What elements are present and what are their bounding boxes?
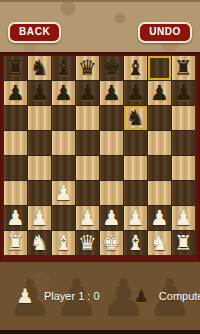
square-e1[interactable]: ♚ [100,231,123,255]
square-d7[interactable]: ♟ [76,81,99,105]
square-d4[interactable] [76,156,99,180]
square-f4[interactable] [124,156,147,180]
square-c1[interactable]: ♝ [52,231,75,255]
white-bishop: ♝ [52,231,75,255]
square-f5[interactable] [124,131,147,155]
square-e4[interactable] [100,156,123,180]
square-g5[interactable] [148,131,171,155]
white-queen: ♛ [76,231,99,255]
black-pawn: ♟ [76,81,99,105]
square-a4[interactable] [4,156,27,180]
white-pawn: ♟ [124,206,147,230]
white-pawn-icon: ♟ [16,286,34,306]
white-rook: ♜ [172,231,195,255]
square-h6[interactable] [172,106,195,130]
square-a7[interactable]: ♟ [4,81,27,105]
square-c3[interactable]: ♟ [52,181,75,205]
chess-board: ♜♞♝♛♚♝♜♟♟♟♟♟♟♟♟♞♟♟♟♟♟♟♟♟♜♞♝♛♚♝♞♜ [4,56,195,255]
square-b5[interactable] [28,131,51,155]
square-a8[interactable]: ♜ [4,56,27,80]
square-e3[interactable] [100,181,123,205]
square-d3[interactable] [76,181,99,205]
square-f7[interactable]: ♟ [124,81,147,105]
white-pawn: ♟ [76,206,99,230]
black-bishop: ♝ [52,56,75,80]
black-rook: ♜ [172,56,195,80]
computer-score-label: Computer : 0 [159,290,200,302]
bottom-edge-strip [0,330,200,334]
square-h7[interactable]: ♟ [172,81,195,105]
square-a3[interactable] [4,181,27,205]
white-rook: ♜ [4,231,27,255]
square-g6[interactable] [148,106,171,130]
square-e5[interactable] [100,131,123,155]
square-a5[interactable] [4,131,27,155]
square-c4[interactable] [52,156,75,180]
white-pawn: ♟ [4,206,27,230]
square-h1[interactable]: ♜ [172,231,195,255]
square-b7[interactable]: ♟ [28,81,51,105]
player-score-label: Player 1 : 0 [44,290,100,302]
black-queen: ♛ [76,56,99,80]
square-h5[interactable] [172,131,195,155]
square-g1[interactable]: ♞ [148,231,171,255]
square-d6[interactable] [76,106,99,130]
undo-button[interactable]: UNDO [138,22,192,43]
square-f6[interactable]: ♞ [124,106,147,130]
black-bishop: ♝ [124,56,147,80]
black-king: ♚ [100,56,123,80]
square-h4[interactable] [172,156,195,180]
square-b2[interactable]: ♟ [28,206,51,230]
black-pawn: ♟ [28,81,51,105]
black-knight: ♞ [28,56,51,80]
board-frame: ♜♞♝♛♚♝♜♟♟♟♟♟♟♟♟♞♟♟♟♟♟♟♟♟♜♞♝♛♚♝♞♜ [0,52,200,262]
black-pawn: ♟ [124,81,147,105]
square-d1[interactable]: ♛ [76,231,99,255]
square-h8[interactable]: ♜ [172,56,195,80]
square-c7[interactable]: ♟ [52,81,75,105]
white-bishop: ♝ [124,231,147,255]
square-f2[interactable]: ♟ [124,206,147,230]
square-b6[interactable] [28,106,51,130]
square-b4[interactable] [28,156,51,180]
square-f3[interactable] [124,181,147,205]
white-pawn: ♟ [28,206,51,230]
square-d5[interactable] [76,131,99,155]
square-a1[interactable]: ♜ [4,231,27,255]
white-knight: ♞ [28,231,51,255]
black-pawn: ♟ [52,81,75,105]
square-g8[interactable] [148,56,171,80]
square-c6[interactable] [52,106,75,130]
black-rook: ♜ [4,56,27,80]
white-knight: ♞ [148,231,171,255]
square-d8[interactable]: ♛ [76,56,99,80]
scoreboard-panel: ♟♟♟♟ ♟ Player 1 : 0 ♟ Computer : 0 [0,262,200,330]
square-e2[interactable]: ♟ [100,206,123,230]
square-g4[interactable] [148,156,171,180]
square-b8[interactable]: ♞ [28,56,51,80]
square-b3[interactable] [28,181,51,205]
square-e7[interactable]: ♟ [100,81,123,105]
square-e6[interactable] [100,106,123,130]
square-g3[interactable] [148,181,171,205]
white-pawn: ♟ [100,206,123,230]
black-pawn: ♟ [148,81,171,105]
square-c5[interactable] [52,131,75,155]
square-g7[interactable]: ♟ [148,81,171,105]
square-f8[interactable]: ♝ [124,56,147,80]
back-button[interactable]: BACK [8,22,61,43]
white-pawn: ♟ [148,206,171,230]
black-pawn: ♟ [4,81,27,105]
white-pawn: ♟ [172,206,195,230]
square-e8[interactable]: ♚ [100,56,123,80]
black-knight: ♞ [124,106,147,130]
square-a6[interactable] [4,106,27,130]
square-g2[interactable]: ♟ [148,206,171,230]
square-c8[interactable]: ♝ [52,56,75,80]
square-h2[interactable]: ♟ [172,206,195,230]
black-pawn-icon: ♟ [134,288,149,305]
white-pawn: ♟ [52,181,75,205]
square-b1[interactable]: ♞ [28,231,51,255]
header-bar: BACK UNDO [0,2,200,52]
square-d2[interactable]: ♟ [76,206,99,230]
black-pawn: ♟ [172,81,195,105]
score-row: ♟ Player 1 : 0 ♟ Computer : 0 [0,262,200,330]
white-king: ♚ [100,231,123,255]
square-h3[interactable] [172,181,195,205]
square-c2[interactable] [52,206,75,230]
square-a2[interactable]: ♟ [4,206,27,230]
black-pawn: ♟ [100,81,123,105]
square-f1[interactable]: ♝ [124,231,147,255]
